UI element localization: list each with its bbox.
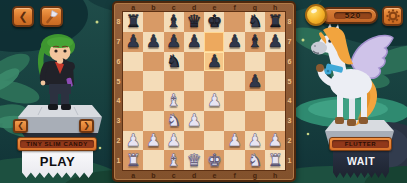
file-label-c: c (164, 3, 184, 12)
wait-status-label: WAIT (347, 155, 375, 167)
square-c4[interactable]: ♝ (164, 91, 184, 111)
file-label-c: c (164, 171, 184, 180)
rank-label-1: 1 (114, 150, 123, 170)
square-e1[interactable]: ♚ (204, 150, 224, 170)
piece-white-bishop: ♝ (164, 150, 184, 170)
file-labels-top: abcdefgh (123, 3, 285, 12)
chess-board: abcdefgh abcdefgh 87654321 87654321 ♜♝♛♚… (112, 1, 296, 182)
piece-black-bishop: ♝ (245, 32, 265, 52)
square-e7[interactable] (204, 32, 224, 52)
piece-white-pawn: ♟ (143, 131, 163, 151)
square-d3[interactable]: ♟ (184, 111, 204, 131)
square-b7[interactable]: ♟ (143, 32, 163, 52)
square-a1[interactable]: ♜ (123, 150, 143, 170)
square-e4[interactable]: ♟ (204, 91, 224, 111)
square-b6[interactable] (143, 52, 163, 72)
square-h1[interactable]: ♜ (265, 150, 285, 170)
square-e3[interactable] (204, 111, 224, 131)
piece-black-pawn: ♟ (204, 52, 224, 72)
square-h7[interactable]: ♟ (265, 32, 285, 52)
file-label-d: d (184, 3, 204, 12)
square-h5[interactable] (265, 71, 285, 91)
player-character (27, 33, 89, 111)
square-g1[interactable]: ♞ (245, 150, 265, 170)
piece-black-bishop: ♝ (164, 12, 184, 32)
square-d6[interactable] (184, 52, 204, 72)
square-a3[interactable] (123, 111, 143, 131)
piece-black-pawn: ♟ (184, 32, 204, 52)
rank-label-8: 8 (114, 12, 123, 32)
square-g2[interactable]: ♟ (245, 131, 265, 151)
square-g8[interactable]: ♞ (245, 12, 265, 32)
piece-white-queen: ♛ (184, 150, 204, 170)
coin-amount-field: 520 (334, 12, 372, 19)
square-b5[interactable] (143, 71, 163, 91)
rank-label-7: 7 (285, 32, 294, 52)
square-a2[interactable]: ♟ (123, 131, 143, 151)
rank-label-6: 6 (114, 52, 123, 72)
prev-character-button[interactable]: ❮ (13, 119, 28, 133)
square-b4[interactable] (143, 91, 163, 111)
square-e6[interactable]: ♟ (204, 52, 224, 72)
square-e8[interactable]: ♚ (204, 12, 224, 32)
rank-labels-left: 87654321 (114, 12, 123, 170)
file-label-h: h (265, 3, 285, 12)
piece-white-pawn: ♟ (184, 111, 204, 131)
board-squares: ♜♝♛♚♞♜♟♟♟♟♟♝♟♞♟♟♝♟♞♟♟♟♟♟♟♟♜♝♛♚♞♜ (123, 12, 285, 170)
square-g5[interactable]: ♟ (245, 71, 265, 91)
piece-white-pawn: ♟ (204, 91, 224, 111)
file-label-e: e (204, 3, 224, 12)
rank-label-2: 2 (114, 131, 123, 151)
square-c1[interactable]: ♝ (164, 150, 184, 170)
prev-icon: ❮ (17, 122, 24, 130)
coin-icon (305, 4, 327, 26)
piece-black-pawn: ♟ (245, 71, 265, 91)
square-b8[interactable] (143, 12, 163, 32)
piece-white-pawn: ♟ (224, 131, 244, 151)
rank-labels-right: 87654321 (285, 12, 294, 170)
rank-label-1: 1 (285, 150, 294, 170)
piece-black-pawn: ♟ (143, 32, 163, 52)
back-icon: ❮ (18, 11, 27, 22)
square-c6[interactable]: ♞ (164, 52, 184, 72)
piece-white-knight: ♞ (245, 150, 265, 170)
piece-black-pawn: ♟ (123, 32, 143, 52)
piece-white-pawn: ♟ (123, 131, 143, 151)
rank-label-5: 5 (285, 71, 294, 91)
piece-black-knight: ♞ (245, 12, 265, 32)
rank-label-3: 3 (114, 111, 123, 131)
file-label-f: f (224, 171, 244, 180)
rank-label-6: 6 (285, 52, 294, 72)
axe-button[interactable] (40, 6, 63, 27)
settings-button[interactable] (382, 6, 403, 26)
square-d8[interactable]: ♛ (184, 12, 204, 32)
square-h8[interactable]: ♜ (265, 12, 285, 32)
square-g4[interactable] (245, 91, 265, 111)
back-button[interactable]: ❮ (12, 6, 34, 27)
piece-white-bishop: ♝ (164, 91, 184, 111)
rank-label-2: 2 (285, 131, 294, 151)
square-c8[interactable]: ♝ (164, 12, 184, 32)
piece-black-rook: ♜ (123, 12, 143, 32)
square-h3[interactable] (265, 111, 285, 131)
square-f8[interactable] (224, 12, 244, 32)
square-d5[interactable] (184, 71, 204, 91)
square-b2[interactable]: ♟ (143, 131, 163, 151)
piece-white-knight: ♞ (164, 111, 184, 131)
opponent-character (299, 22, 399, 130)
rank-label-5: 5 (114, 71, 123, 91)
square-f3[interactable] (224, 111, 244, 131)
square-a6[interactable] (123, 52, 143, 72)
square-f5[interactable] (224, 71, 244, 91)
square-e5[interactable] (204, 71, 224, 91)
coin-amount: 520 (345, 11, 361, 20)
rank-label-4: 4 (114, 91, 123, 111)
next-character-button[interactable]: ❯ (79, 119, 94, 133)
square-c2[interactable]: ♟ (164, 131, 184, 151)
gear-icon (386, 9, 400, 23)
coin-counter: 520 (320, 7, 378, 24)
piece-black-pawn: ♟ (265, 32, 285, 52)
piece-black-pawn: ♟ (164, 32, 184, 52)
axe-icon (44, 9, 59, 24)
square-a7[interactable]: ♟ (123, 32, 143, 52)
piece-white-king: ♚ (204, 150, 224, 170)
square-h2[interactable]: ♟ (265, 131, 285, 151)
square-e2[interactable] (204, 131, 224, 151)
file-labels-bottom: abcdefgh (123, 171, 285, 180)
game-screen: abcdefgh abcdefgh 87654321 87654321 ♜♝♛♚… (0, 0, 407, 183)
piece-black-rook: ♜ (265, 12, 285, 32)
piece-black-knight: ♞ (164, 52, 184, 72)
file-label-f: f (224, 3, 244, 12)
file-label-e: e (204, 171, 224, 180)
rank-label-4: 4 (285, 91, 294, 111)
square-f7[interactable]: ♟ (224, 32, 244, 52)
piece-white-rook: ♜ (123, 150, 143, 170)
square-a4[interactable] (123, 91, 143, 111)
square-h6[interactable] (265, 52, 285, 72)
square-d1[interactable]: ♛ (184, 150, 204, 170)
next-icon: ❯ (83, 122, 90, 130)
file-label-b: b (143, 171, 163, 180)
square-a5[interactable] (123, 71, 143, 91)
piece-black-pawn: ♟ (224, 32, 244, 52)
player-name: TINY SLIM CANDY (26, 141, 88, 147)
square-c5[interactable] (164, 71, 184, 91)
square-c7[interactable]: ♟ (164, 32, 184, 52)
file-label-g: g (245, 3, 265, 12)
file-label-a: a (123, 171, 143, 180)
file-label-a: a (123, 3, 143, 12)
file-label-g: g (245, 171, 265, 180)
file-label-b: b (143, 3, 163, 12)
piece-white-pawn: ♟ (164, 131, 184, 151)
rank-label-8: 8 (285, 12, 294, 32)
player-name-banner: TINY SLIM CANDY (17, 137, 97, 151)
file-label-d: d (184, 171, 204, 180)
rank-label-7: 7 (114, 32, 123, 52)
file-label-h: h (265, 171, 285, 180)
square-c3[interactable]: ♞ (164, 111, 184, 131)
opponent-name: FLUTTER (345, 141, 377, 147)
square-d4[interactable] (184, 91, 204, 111)
square-g6[interactable] (245, 52, 265, 72)
square-b1[interactable] (143, 150, 163, 170)
piece-black-king: ♚ (204, 12, 224, 32)
square-g7[interactable]: ♝ (245, 32, 265, 52)
square-b3[interactable] (143, 111, 163, 131)
square-d7[interactable]: ♟ (184, 32, 204, 52)
square-d2[interactable] (184, 131, 204, 151)
opponent-name-banner: FLUTTER (329, 137, 392, 151)
square-f2[interactable]: ♟ (224, 131, 244, 151)
square-h4[interactable] (265, 91, 285, 111)
rank-label-3: 3 (285, 111, 294, 131)
piece-black-queen: ♛ (184, 12, 204, 32)
piece-white-pawn: ♟ (265, 131, 285, 151)
square-f4[interactable] (224, 91, 244, 111)
square-f6[interactable] (224, 52, 244, 72)
play-button-label: PLAY (40, 154, 75, 169)
piece-white-pawn: ♟ (245, 131, 265, 151)
square-g3[interactable] (245, 111, 265, 131)
square-f1[interactable] (224, 150, 244, 170)
piece-white-rook: ♜ (265, 150, 285, 170)
square-a8[interactable]: ♜ (123, 12, 143, 32)
